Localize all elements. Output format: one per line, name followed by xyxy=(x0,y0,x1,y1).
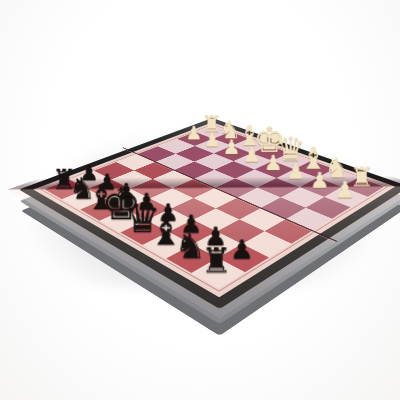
piece-glyph: ♟ xyxy=(314,180,376,201)
piece-glyph: ♜ xyxy=(179,246,254,277)
chess-set-photo: ♜♞♝♚♛♝♞♜♟♟♟♟♟♟♟♟♟♟♟♟♟♟♟♟♜♞♝♚♛♝♞♜ xyxy=(0,0,400,400)
